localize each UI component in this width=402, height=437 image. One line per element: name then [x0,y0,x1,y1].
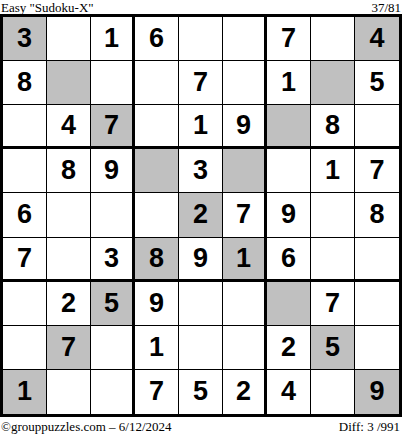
cell-r1c4[interactable]: 6 [135,17,179,61]
cell-r3c2[interactable]: 4 [47,105,91,149]
sudoku-x-board: 3167487154719889317627987389162597712517… [0,14,402,417]
cell-r4c8[interactable]: 1 [311,149,355,193]
cell-r9c2[interactable] [47,370,91,414]
cell-r5c5[interactable]: 2 [179,193,223,237]
cell-r6c8[interactable] [311,238,355,282]
puzzle-page: Easy "Sudoku-X" 37/81 316748715471988931… [0,0,402,437]
cell-r4c9[interactable]: 7 [355,149,399,193]
header: Easy "Sudoku-X" 37/81 [0,0,402,14]
cell-r2c1[interactable]: 8 [3,61,47,105]
puzzle-title: Easy "Sudoku-X" [1,1,94,14]
cell-r7c9[interactable] [355,282,399,326]
cell-r8c1[interactable] [3,326,47,370]
cell-r8c2[interactable]: 7 [47,326,91,370]
cell-r4c5[interactable]: 3 [179,149,223,193]
cell-r4c6[interactable] [223,149,267,193]
cell-r9c8[interactable] [311,370,355,414]
cell-r8c8[interactable]: 5 [311,326,355,370]
cell-r7c6[interactable] [223,282,267,326]
cell-r7c4[interactable]: 9 [135,282,179,326]
cell-r2c2[interactable] [47,61,91,105]
cell-r6c1[interactable]: 7 [3,238,47,282]
cell-r9c1[interactable]: 1 [3,370,47,414]
cell-r8c6[interactable] [223,326,267,370]
cell-r3c3[interactable]: 7 [91,105,135,149]
cell-r2c6[interactable] [223,61,267,105]
cell-r2c9[interactable]: 5 [355,61,399,105]
cell-r5c6[interactable]: 7 [223,193,267,237]
cell-r2c5[interactable]: 7 [179,61,223,105]
cell-r1c9[interactable]: 4 [355,17,399,61]
cell-r3c9[interactable] [355,105,399,149]
cell-r3c4[interactable] [135,105,179,149]
cell-r6c3[interactable]: 3 [91,238,135,282]
cell-r6c4[interactable]: 8 [135,238,179,282]
cell-r7c8[interactable]: 7 [311,282,355,326]
cell-r6c5[interactable]: 9 [179,238,223,282]
cell-r4c1[interactable] [3,149,47,193]
cell-r8c5[interactable] [179,326,223,370]
cell-r1c2[interactable] [47,17,91,61]
cell-r5c4[interactable] [135,193,179,237]
cell-r9c7[interactable]: 4 [267,370,311,414]
cell-r9c5[interactable]: 5 [179,370,223,414]
cell-r6c9[interactable] [355,238,399,282]
cell-r6c6[interactable]: 1 [223,238,267,282]
cell-r5c9[interactable]: 8 [355,193,399,237]
cell-r5c2[interactable] [47,193,91,237]
difficulty-text: Diff: 3 /991 [339,420,400,434]
empty-cell-counter: 37/81 [371,1,401,14]
cell-r4c4[interactable] [135,149,179,193]
cell-r8c7[interactable]: 2 [267,326,311,370]
footer: ©grouppuzzles.com – 6/12/2024 Diff: 3 /9… [0,417,402,437]
cell-r1c5[interactable] [179,17,223,61]
cell-r7c2[interactable]: 2 [47,282,91,326]
cell-r3c6[interactable]: 9 [223,105,267,149]
cell-r8c9[interactable] [355,326,399,370]
cell-r2c3[interactable] [91,61,135,105]
cell-r3c8[interactable]: 8 [311,105,355,149]
cell-r9c9[interactable]: 9 [355,370,399,414]
cell-r1c8[interactable] [311,17,355,61]
cell-r9c4[interactable]: 7 [135,370,179,414]
copyright-text: ©grouppuzzles.com – 6/12/2024 [1,420,172,434]
cell-r9c3[interactable] [91,370,135,414]
cell-r4c2[interactable]: 8 [47,149,91,193]
cell-r7c5[interactable] [179,282,223,326]
cell-r1c7[interactable]: 7 [267,17,311,61]
cell-r2c8[interactable] [311,61,355,105]
cell-r2c4[interactable] [135,61,179,105]
cell-r2c7[interactable]: 1 [267,61,311,105]
cell-r5c8[interactable] [311,193,355,237]
cell-r5c7[interactable]: 9 [267,193,311,237]
cell-r5c3[interactable] [91,193,135,237]
cell-r1c6[interactable] [223,17,267,61]
cell-r1c1[interactable]: 3 [3,17,47,61]
cell-r3c5[interactable]: 1 [179,105,223,149]
cell-r3c7[interactable] [267,105,311,149]
cell-r6c2[interactable] [47,238,91,282]
cell-r7c1[interactable] [3,282,47,326]
cell-r9c6[interactable]: 2 [223,370,267,414]
cell-r1c3[interactable]: 1 [91,17,135,61]
cell-r6c7[interactable]: 6 [267,238,311,282]
cell-r4c3[interactable]: 9 [91,149,135,193]
cell-r7c7[interactable] [267,282,311,326]
cell-r7c3[interactable]: 5 [91,282,135,326]
cell-r8c4[interactable]: 1 [135,326,179,370]
cell-r4c7[interactable] [267,149,311,193]
cell-r3c1[interactable] [3,105,47,149]
cell-r5c1[interactable]: 6 [3,193,47,237]
cell-r8c3[interactable] [91,326,135,370]
